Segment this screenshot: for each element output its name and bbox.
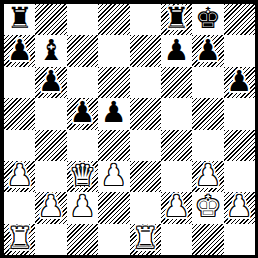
square-f7[interactable]: ♟ (161, 35, 192, 66)
black-pawn-g7: ♟ (195, 36, 221, 65)
board-frame: ♜♜♚♟♝♟♟♟♟♟♟♟♛♟♟♟♟♟♚♟♜♜ (0, 0, 258, 258)
square-d1[interactable] (98, 224, 129, 255)
square-c7[interactable] (67, 35, 98, 66)
square-f3[interactable] (161, 161, 192, 192)
square-e6[interactable] (130, 67, 161, 98)
chess-board: ♜♜♚♟♝♟♟♟♟♟♟♟♛♟♟♟♟♟♚♟♜♜ (4, 4, 255, 255)
square-b8[interactable] (35, 4, 66, 35)
square-b7[interactable]: ♝ (35, 35, 66, 66)
square-e8[interactable] (130, 4, 161, 35)
square-c4[interactable] (67, 130, 98, 161)
square-d5[interactable]: ♟ (98, 98, 129, 129)
square-a8[interactable]: ♜ (4, 4, 35, 35)
square-e4[interactable] (130, 130, 161, 161)
square-a6[interactable] (4, 67, 35, 98)
square-c5[interactable]: ♟ (67, 98, 98, 129)
square-a7[interactable]: ♟ (4, 35, 35, 66)
square-b4[interactable] (35, 130, 66, 161)
white-pawn-f2: ♟ (164, 192, 190, 221)
black-pawn-f7: ♟ (164, 36, 190, 65)
square-b3[interactable] (35, 161, 66, 192)
square-h5[interactable] (224, 98, 255, 129)
square-a1[interactable]: ♜ (4, 224, 35, 255)
square-h4[interactable] (224, 130, 255, 161)
square-g6[interactable] (192, 67, 223, 98)
square-f2[interactable]: ♟ (161, 192, 192, 223)
square-b5[interactable] (35, 98, 66, 129)
black-pawn-c5: ♟ (69, 98, 95, 127)
black-rook-a8: ♜ (7, 4, 33, 33)
square-g1[interactable] (192, 224, 223, 255)
square-h8[interactable] (224, 4, 255, 35)
square-e5[interactable] (130, 98, 161, 129)
white-pawn-d3: ♟ (101, 161, 127, 190)
square-f4[interactable] (161, 130, 192, 161)
black-bishop-b7: ♝ (38, 36, 64, 65)
black-pawn-b6: ♟ (38, 67, 64, 96)
white-queen-c3: ♛ (69, 161, 95, 190)
white-rook-e1: ♜ (132, 224, 158, 253)
square-c2[interactable]: ♟ (67, 192, 98, 223)
white-rook-a1: ♜ (7, 224, 33, 253)
square-c8[interactable] (67, 4, 98, 35)
square-g4[interactable] (192, 130, 223, 161)
square-g7[interactable]: ♟ (192, 35, 223, 66)
square-e2[interactable] (130, 192, 161, 223)
square-b2[interactable]: ♟ (35, 192, 66, 223)
square-f8[interactable]: ♜ (161, 4, 192, 35)
white-pawn-a3: ♟ (7, 161, 33, 190)
white-pawn-c2: ♟ (69, 192, 95, 221)
square-e3[interactable] (130, 161, 161, 192)
square-d6[interactable] (98, 67, 129, 98)
square-d7[interactable] (98, 35, 129, 66)
square-a2[interactable] (4, 192, 35, 223)
white-pawn-h2: ♟ (226, 192, 252, 221)
white-king-g2: ♚ (195, 192, 221, 221)
square-d4[interactable] (98, 130, 129, 161)
black-pawn-a7: ♟ (7, 36, 33, 65)
square-h2[interactable]: ♟ (224, 192, 255, 223)
square-g8[interactable]: ♚ (192, 4, 223, 35)
square-e1[interactable]: ♜ (130, 224, 161, 255)
square-h6[interactable]: ♟ (224, 67, 255, 98)
square-f6[interactable] (161, 67, 192, 98)
square-c3[interactable]: ♛ (67, 161, 98, 192)
square-f1[interactable] (161, 224, 192, 255)
square-b6[interactable]: ♟ (35, 67, 66, 98)
square-h7[interactable] (224, 35, 255, 66)
square-d2[interactable] (98, 192, 129, 223)
black-rook-f8: ♜ (164, 4, 190, 33)
black-king-g8: ♚ (195, 4, 221, 33)
square-d3[interactable]: ♟ (98, 161, 129, 192)
square-g5[interactable] (192, 98, 223, 129)
white-pawn-g3: ♟ (195, 161, 221, 190)
square-b1[interactable] (35, 224, 66, 255)
square-d8[interactable] (98, 4, 129, 35)
square-g2[interactable]: ♚ (192, 192, 223, 223)
square-c6[interactable] (67, 67, 98, 98)
square-e7[interactable] (130, 35, 161, 66)
square-h3[interactable] (224, 161, 255, 192)
square-a4[interactable] (4, 130, 35, 161)
square-a3[interactable]: ♟ (4, 161, 35, 192)
square-f5[interactable] (161, 98, 192, 129)
black-pawn-d5: ♟ (101, 98, 127, 127)
black-pawn-h6: ♟ (226, 67, 252, 96)
square-g3[interactable]: ♟ (192, 161, 223, 192)
square-h1[interactable] (224, 224, 255, 255)
square-c1[interactable] (67, 224, 98, 255)
square-a5[interactable] (4, 98, 35, 129)
white-pawn-b2: ♟ (38, 192, 64, 221)
